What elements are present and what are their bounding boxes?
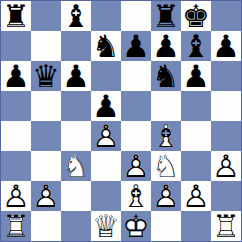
square-c4[interactable] (61, 121, 91, 151)
piece-white-pawn[interactable]: ♟♙ (181, 181, 211, 211)
square-a4[interactable] (1, 121, 31, 151)
square-c3[interactable]: ♞♘ (61, 151, 91, 181)
square-d8[interactable] (91, 1, 121, 31)
piece-white-knight[interactable]: ♞♘ (151, 151, 181, 181)
square-g6[interactable]: ♟ (181, 61, 211, 91)
square-b3[interactable] (31, 151, 61, 181)
square-f8[interactable]: ♜ (151, 1, 181, 31)
square-e5[interactable] (121, 91, 151, 121)
square-d4[interactable]: ♟♙ (91, 121, 121, 151)
square-h1[interactable]: ♜♖ (211, 211, 241, 241)
square-a5[interactable] (1, 91, 31, 121)
piece-white-bishop[interactable]: ♝♗ (121, 181, 151, 211)
square-c2[interactable] (61, 181, 91, 211)
square-c5[interactable] (61, 91, 91, 121)
piece-white-pawn[interactable]: ♟♙ (1, 181, 31, 211)
square-f2[interactable]: ♟♙ (151, 181, 181, 211)
piece-white-pawn[interactable]: ♟♙ (31, 181, 61, 211)
square-a8[interactable]: ♜ (1, 1, 31, 31)
square-d5[interactable]: ♟ (91, 91, 121, 121)
piece-black-knight[interactable]: ♞ (151, 61, 181, 91)
square-e7[interactable]: ♟ (121, 31, 151, 61)
square-g8[interactable]: ♚ (181, 1, 211, 31)
square-d7[interactable]: ♞ (91, 31, 121, 61)
piece-black-pawn[interactable]: ♟ (61, 61, 91, 91)
square-g2[interactable]: ♟♙ (181, 181, 211, 211)
square-c8[interactable]: ♝ (61, 1, 91, 31)
square-e6[interactable] (121, 61, 151, 91)
square-a7[interactable] (1, 31, 31, 61)
square-h7[interactable]: ♟ (211, 31, 241, 61)
square-c1[interactable] (61, 211, 91, 241)
black-knight-icon: ♞ (152, 61, 180, 92)
square-f4[interactable]: ♝♗ (151, 121, 181, 151)
piece-white-queen[interactable]: ♛♕ (91, 211, 121, 241)
square-h3[interactable]: ♟♙ (211, 151, 241, 181)
square-c7[interactable] (61, 31, 91, 61)
white-pawn-outline-icon: ♙ (152, 181, 180, 212)
piece-black-queen[interactable]: ♛ (31, 61, 61, 91)
piece-white-pawn[interactable]: ♟♙ (211, 151, 241, 181)
square-f3[interactable]: ♞♘ (151, 151, 181, 181)
white-pawn-outline-icon: ♙ (182, 181, 210, 212)
square-h6[interactable] (211, 61, 241, 91)
piece-white-pawn[interactable]: ♟♙ (91, 121, 121, 151)
piece-black-pawn[interactable]: ♟ (91, 91, 121, 121)
square-a2[interactable]: ♟♙ (1, 181, 31, 211)
piece-black-bishop[interactable]: ♝ (181, 31, 211, 61)
square-f1[interactable] (151, 211, 181, 241)
piece-white-pawn[interactable]: ♟♙ (121, 151, 151, 181)
black-pawn-icon: ♟ (2, 61, 30, 92)
piece-white-bishop[interactable]: ♝♗ (151, 121, 181, 151)
black-rook-icon: ♜ (2, 1, 30, 32)
white-pawn-outline-icon: ♙ (32, 181, 60, 212)
piece-black-pawn[interactable]: ♟ (211, 31, 241, 61)
piece-white-pawn[interactable]: ♟♙ (151, 181, 181, 211)
piece-black-pawn[interactable]: ♟ (1, 61, 31, 91)
square-d1[interactable]: ♛♕ (91, 211, 121, 241)
square-g5[interactable] (181, 91, 211, 121)
chess-board: ♜♝♜♚♞♟♟♝♟♟♛♟♞♟♟♟♙♝♗♞♘♟♙♞♘♟♙♟♙♟♙♝♗♟♙♟♙♜♖♛… (0, 0, 242, 242)
white-rook-outline-icon: ♖ (212, 211, 240, 242)
black-queen-icon: ♛ (32, 61, 60, 92)
square-g4[interactable] (181, 121, 211, 151)
white-queen-outline-icon: ♕ (92, 211, 120, 242)
square-b5[interactable] (31, 91, 61, 121)
square-g1[interactable] (181, 211, 211, 241)
piece-black-pawn[interactable]: ♟ (181, 61, 211, 91)
square-c6[interactable]: ♟ (61, 61, 91, 91)
white-pawn-outline-icon: ♙ (212, 151, 240, 182)
square-h4[interactable] (211, 121, 241, 151)
square-b7[interactable] (31, 31, 61, 61)
square-d2[interactable] (91, 181, 121, 211)
square-e4[interactable] (121, 121, 151, 151)
square-h8[interactable] (211, 1, 241, 31)
square-b4[interactable] (31, 121, 61, 151)
black-bishop-icon: ♝ (62, 1, 90, 32)
square-a6[interactable]: ♟ (1, 61, 31, 91)
square-f5[interactable] (151, 91, 181, 121)
black-pawn-icon: ♟ (122, 31, 150, 62)
square-e8[interactable] (121, 1, 151, 31)
white-pawn-outline-icon: ♙ (92, 121, 120, 152)
black-pawn-icon: ♟ (62, 61, 90, 92)
square-g7[interactable]: ♝ (181, 31, 211, 61)
piece-black-pawn[interactable]: ♟ (121, 31, 151, 61)
square-d6[interactable] (91, 61, 121, 91)
piece-black-king[interactable]: ♚ (181, 1, 211, 31)
square-h5[interactable] (211, 91, 241, 121)
square-b6[interactable]: ♛ (31, 61, 61, 91)
square-b1[interactable] (31, 211, 61, 241)
piece-black-bishop[interactable]: ♝ (61, 1, 91, 31)
square-b8[interactable] (31, 1, 61, 31)
square-f7[interactable]: ♟ (151, 31, 181, 61)
black-knight-icon: ♞ (92, 31, 120, 62)
piece-black-rook[interactable]: ♜ (151, 1, 181, 31)
piece-white-knight[interactable]: ♞♘ (61, 151, 91, 181)
square-e2[interactable]: ♝♗ (121, 181, 151, 211)
square-g3[interactable] (181, 151, 211, 181)
white-knight-outline-icon: ♘ (62, 151, 90, 182)
piece-black-knight[interactable]: ♞ (91, 31, 121, 61)
square-b2[interactable]: ♟♙ (31, 181, 61, 211)
black-pawn-icon: ♟ (182, 61, 210, 92)
black-pawn-icon: ♟ (212, 31, 240, 62)
white-king-outline-icon: ♔ (122, 211, 150, 242)
square-f6[interactable]: ♞ (151, 61, 181, 91)
square-e3[interactable]: ♟♙ (121, 151, 151, 181)
piece-black-pawn[interactable]: ♟ (151, 31, 181, 61)
piece-white-king[interactable]: ♚♔ (121, 211, 151, 241)
piece-white-rook[interactable]: ♜♖ (1, 211, 31, 241)
white-rook-outline-icon: ♖ (2, 211, 30, 242)
piece-white-rook[interactable]: ♜♖ (211, 211, 241, 241)
piece-black-rook[interactable]: ♜ (1, 1, 31, 31)
square-h2[interactable] (211, 181, 241, 211)
square-a1[interactable]: ♜♖ (1, 211, 31, 241)
square-d3[interactable] (91, 151, 121, 181)
square-a3[interactable] (1, 151, 31, 181)
square-e1[interactable]: ♚♔ (121, 211, 151, 241)
